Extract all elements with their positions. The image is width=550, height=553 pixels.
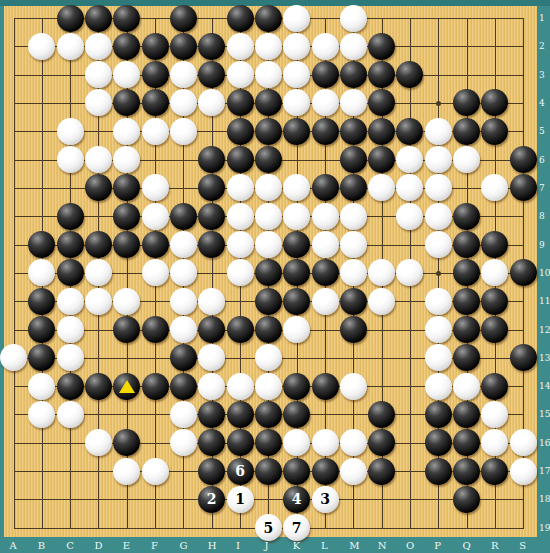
white-stone-C2	[57, 33, 84, 60]
column-label-G: G	[179, 541, 187, 551]
black-stone-P15	[425, 401, 452, 428]
white-stone-G15	[170, 401, 197, 428]
row-label-15: 15	[539, 410, 550, 419]
white-stone-P8	[425, 203, 452, 230]
white-stone-J14	[255, 373, 282, 400]
row-label-19: 19	[539, 524, 550, 533]
white-stone-L18: 3	[312, 486, 339, 513]
black-stone-R17	[481, 458, 508, 485]
row-label-12: 12	[539, 326, 550, 335]
column-label-A: A	[10, 541, 17, 551]
column-label-J: J	[264, 541, 268, 551]
white-stone-D3	[85, 61, 112, 88]
row-label-1: 1	[539, 14, 545, 23]
black-stone-K15	[283, 401, 310, 428]
black-stone-S10	[510, 259, 537, 286]
black-stone-N15	[368, 401, 395, 428]
white-stone-M17	[340, 458, 367, 485]
black-stone-S13	[510, 344, 537, 371]
white-stone-M9	[340, 231, 367, 258]
white-stone-G5	[170, 118, 197, 145]
black-stone-K18: 4	[283, 486, 310, 513]
white-stone-E11	[113, 288, 140, 315]
white-stone-C6	[57, 146, 84, 173]
white-stone-B2	[28, 33, 55, 60]
white-stone-N11	[368, 288, 395, 315]
white-stone-P12	[425, 316, 452, 343]
black-stone-D14	[85, 373, 112, 400]
black-stone-I4	[227, 89, 254, 116]
white-stone-L8	[312, 203, 339, 230]
white-stone-I14	[227, 373, 254, 400]
black-stone-M12	[340, 316, 367, 343]
white-stone-J9	[255, 231, 282, 258]
black-stone-F4	[142, 89, 169, 116]
white-stone-Q6	[453, 146, 480, 173]
black-stone-J16	[255, 429, 282, 456]
white-stone-J13	[255, 344, 282, 371]
white-stone-P13	[425, 344, 452, 371]
row-label-10: 10	[539, 269, 550, 278]
black-stone-Q15	[453, 401, 480, 428]
move-number-label: 4	[292, 492, 302, 506]
white-stone-E17	[113, 458, 140, 485]
black-stone-C8	[57, 203, 84, 230]
black-stone-C10	[57, 259, 84, 286]
go-board-frame: 6214357ABCDEFGHIJKLMNOPQRS12345678910111…	[0, 0, 550, 553]
white-stone-C15	[57, 401, 84, 428]
black-stone-G8	[170, 203, 197, 230]
column-label-Q: Q	[463, 541, 471, 551]
black-stone-L14	[312, 373, 339, 400]
white-stone-I3	[227, 61, 254, 88]
black-stone-K5	[283, 118, 310, 145]
black-stone-Q11	[453, 288, 480, 315]
black-stone-C14	[57, 373, 84, 400]
black-stone-I6	[227, 146, 254, 173]
white-stone-B14	[28, 373, 55, 400]
black-stone-H15	[198, 401, 225, 428]
white-stone-F5	[142, 118, 169, 145]
black-stone-L3	[312, 61, 339, 88]
row-label-7: 7	[539, 184, 545, 193]
black-stone-J5	[255, 118, 282, 145]
column-label-H: H	[208, 541, 217, 551]
white-stone-K1	[283, 5, 310, 32]
white-stone-M1	[340, 5, 367, 32]
column-label-E: E	[123, 541, 130, 551]
black-stone-I15	[227, 401, 254, 428]
white-stone-E5	[113, 118, 140, 145]
black-stone-F14	[142, 373, 169, 400]
white-stone-F7	[142, 174, 169, 201]
black-stone-F9	[142, 231, 169, 258]
black-stone-Q5	[453, 118, 480, 145]
move-number-label: 1	[235, 492, 245, 506]
black-stone-J15	[255, 401, 282, 428]
white-stone-C5	[57, 118, 84, 145]
white-stone-J8	[255, 203, 282, 230]
white-stone-L11	[312, 288, 339, 315]
white-stone-F17	[142, 458, 169, 485]
column-label-M: M	[349, 541, 359, 551]
column-label-K: K	[293, 541, 300, 551]
white-stone-K2	[283, 33, 310, 60]
white-stone-P11	[425, 288, 452, 315]
column-label-O: O	[406, 541, 414, 551]
white-stone-L4	[312, 89, 339, 116]
move-number-label: 3	[320, 492, 330, 506]
white-stone-J19: 5	[255, 514, 282, 541]
white-stone-M2	[340, 33, 367, 60]
black-stone-R11	[481, 288, 508, 315]
white-stone-D6	[85, 146, 112, 173]
black-stone-P17	[425, 458, 452, 485]
black-stone-D1	[85, 5, 112, 32]
black-stone-Q17	[453, 458, 480, 485]
black-stone-M5	[340, 118, 367, 145]
black-stone-H18: 2	[198, 486, 225, 513]
black-stone-Q8	[453, 203, 480, 230]
black-stone-L7	[312, 174, 339, 201]
row-label-5: 5	[539, 127, 545, 136]
black-stone-J6	[255, 146, 282, 173]
white-stone-M8	[340, 203, 367, 230]
white-stone-G11	[170, 288, 197, 315]
column-label-L: L	[321, 541, 328, 551]
black-stone-E8	[113, 203, 140, 230]
black-stone-I12	[227, 316, 254, 343]
white-stone-P6	[425, 146, 452, 173]
black-stone-G2	[170, 33, 197, 60]
black-stone-J12	[255, 316, 282, 343]
black-stone-R14	[481, 373, 508, 400]
black-stone-L17	[312, 458, 339, 485]
white-stone-G12	[170, 316, 197, 343]
black-stone-E14	[113, 373, 140, 400]
white-stone-L9	[312, 231, 339, 258]
white-stone-G16	[170, 429, 197, 456]
white-stone-I9	[227, 231, 254, 258]
black-stone-H17	[198, 458, 225, 485]
white-stone-K12	[283, 316, 310, 343]
black-stone-G14	[170, 373, 197, 400]
row-label-13: 13	[539, 354, 550, 363]
white-stone-S17	[510, 458, 537, 485]
black-stone-G1	[170, 5, 197, 32]
black-stone-M3	[340, 61, 367, 88]
white-stone-F8	[142, 203, 169, 230]
black-stone-Q9	[453, 231, 480, 258]
white-stone-H14	[198, 373, 225, 400]
black-stone-L5	[312, 118, 339, 145]
row-label-17: 17	[539, 467, 550, 476]
white-stone-S16	[510, 429, 537, 456]
white-stone-K19: 7	[283, 514, 310, 541]
black-stone-J17	[255, 458, 282, 485]
white-stone-K8	[283, 203, 310, 230]
column-label-P: P	[434, 541, 441, 551]
black-stone-C1	[57, 5, 84, 32]
black-stone-K14	[283, 373, 310, 400]
black-stone-H2	[198, 33, 225, 60]
row-label-6: 6	[539, 156, 545, 165]
black-stone-I16	[227, 429, 254, 456]
white-stone-H11	[198, 288, 225, 315]
black-stone-I5	[227, 118, 254, 145]
triangle-icon	[119, 380, 135, 393]
white-stone-D2	[85, 33, 112, 60]
move-number-label: 2	[207, 492, 217, 506]
white-stone-C11	[57, 288, 84, 315]
black-stone-N2	[368, 33, 395, 60]
row-label-9: 9	[539, 241, 545, 250]
move-number-label: 5	[264, 521, 274, 535]
white-stone-G3	[170, 61, 197, 88]
white-stone-C12	[57, 316, 84, 343]
column-label-B: B	[38, 541, 45, 551]
column-label-I: I	[236, 541, 240, 551]
white-stone-M16	[340, 429, 367, 456]
row-label-2: 2	[539, 42, 545, 51]
white-stone-D11	[85, 288, 112, 315]
black-stone-K17	[283, 458, 310, 485]
black-stone-R5	[481, 118, 508, 145]
black-stone-S7	[510, 174, 537, 201]
black-stone-H8	[198, 203, 225, 230]
move-number-label: 7	[292, 521, 302, 535]
white-stone-I18: 1	[227, 486, 254, 513]
black-stone-E1	[113, 5, 140, 32]
white-stone-L2	[312, 33, 339, 60]
column-label-N: N	[378, 541, 387, 551]
white-stone-M14	[340, 373, 367, 400]
column-label-F: F	[151, 541, 158, 551]
black-stone-B11	[28, 288, 55, 315]
white-stone-P9	[425, 231, 452, 258]
column-label-C: C	[66, 541, 74, 551]
black-stone-Q12	[453, 316, 480, 343]
black-stone-F2	[142, 33, 169, 60]
black-stone-E2	[113, 33, 140, 60]
column-label-D: D	[94, 541, 102, 551]
column-label-S: S	[519, 541, 526, 551]
row-label-11: 11	[539, 297, 550, 306]
white-stone-M10	[340, 259, 367, 286]
black-stone-L10	[312, 259, 339, 286]
white-stone-J2	[255, 33, 282, 60]
row-label-3: 3	[539, 71, 545, 80]
white-stone-J3	[255, 61, 282, 88]
black-stone-S6	[510, 146, 537, 173]
white-stone-F10	[142, 259, 169, 286]
white-stone-C13	[57, 344, 84, 371]
white-stone-I8	[227, 203, 254, 230]
white-stone-Q14	[453, 373, 480, 400]
white-stone-I7	[227, 174, 254, 201]
black-stone-J1	[255, 5, 282, 32]
black-stone-F3	[142, 61, 169, 88]
black-stone-I17: 6	[227, 458, 254, 485]
white-stone-I2	[227, 33, 254, 60]
row-label-8: 8	[539, 212, 545, 221]
white-stone-P5	[425, 118, 452, 145]
white-stone-P7	[425, 174, 452, 201]
black-stone-P16	[425, 429, 452, 456]
black-stone-N5	[368, 118, 395, 145]
row-label-16: 16	[539, 439, 550, 448]
black-stone-I1	[227, 5, 254, 32]
black-stone-C9	[57, 231, 84, 258]
row-label-4: 4	[539, 99, 545, 108]
white-stone-G9	[170, 231, 197, 258]
move-number-label: 6	[235, 464, 245, 478]
column-label-R: R	[491, 541, 499, 551]
black-stone-F12	[142, 316, 169, 343]
grid-line-horizontal	[14, 499, 525, 500]
black-stone-K11	[283, 288, 310, 315]
white-stone-P14	[425, 373, 452, 400]
black-stone-Q18	[453, 486, 480, 513]
black-stone-M6	[340, 146, 367, 173]
black-stone-J11	[255, 288, 282, 315]
row-label-14: 14	[539, 382, 550, 391]
row-label-18: 18	[539, 495, 550, 504]
black-stone-N17	[368, 458, 395, 485]
black-stone-D9	[85, 231, 112, 258]
white-stone-L16	[312, 429, 339, 456]
black-stone-M11	[340, 288, 367, 315]
white-stone-I10	[227, 259, 254, 286]
